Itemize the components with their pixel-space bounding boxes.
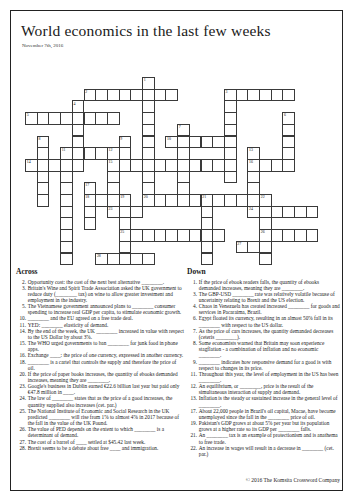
clue-text: About 22,000 people in Brazil's oil capi… [199, 408, 340, 420]
cell-number: 28 [97, 254, 101, 258]
clue-number: 20. [16, 371, 26, 383]
cell-number: 7 [179, 125, 181, 129]
clue-text: Chaos in Venezuela has created increased… [199, 303, 340, 315]
footer-credit: © 2016 The Komsita Crossword Company [246, 477, 340, 483]
clue-text: Pakistan's GDP grows at about 5% per yea… [199, 420, 340, 432]
down-clue: 8.Some economists warned that Britain ma… [187, 340, 340, 358]
clue-number: 28. [16, 445, 26, 451]
clue-text: Britain's Wine and Spirit Trade Associat… [28, 285, 184, 303]
clue-number: 7. [187, 328, 197, 340]
clue-number: 14. [16, 328, 26, 340]
cell-number: 12 [109, 148, 113, 152]
cell-number: 15 [109, 160, 113, 164]
down-clue: 17.About 22,000 people in Brazil's oil c… [187, 408, 340, 420]
grid-cell[interactable] [259, 253, 272, 266]
across-clue: 25.The National Institute of Economic an… [16, 408, 184, 426]
crossword-grid: 1234567891011121314151617181920212223242… [25, 77, 319, 266]
cell-number: 22 [261, 195, 265, 199]
down-clue-list: 1.If the price of ebook readers falls, t… [187, 279, 340, 458]
cell-number: 24 [249, 207, 253, 211]
clue-number: 11. [187, 371, 197, 383]
clue-number: 4. [187, 303, 197, 315]
across-clue: 23.Google's business in Dublin earned €2… [16, 383, 184, 395]
grid-cell[interactable] [306, 229, 319, 242]
clue-text: Inflation is the steady or sustained inc… [199, 395, 340, 407]
cell-number: 27 [237, 242, 241, 246]
clue-number: 12. [187, 383, 197, 395]
clue-number: 18. [16, 359, 26, 371]
cell-number: 5 [27, 113, 29, 117]
cell-number: 8 [38, 137, 40, 141]
down-clue: 11.Throughout this year, the level of em… [187, 371, 340, 383]
cell-number: 1 [144, 78, 146, 82]
down-clue: 6.Egypt floated its currency, resulting … [187, 315, 340, 327]
across-clue: 15.The WHO urged governments to ban ____… [16, 340, 184, 352]
clue-text: ________ is a cartel that controls the s… [28, 359, 184, 371]
cell-number: 23 [109, 207, 113, 211]
clue-number: 23. [16, 383, 26, 395]
across-clue: 26.The value of PED depends on the exten… [16, 426, 184, 438]
down-clue: 9.________ indicates how responsive dema… [187, 359, 340, 371]
cell-number: 18 [85, 195, 89, 199]
clue-text: Throughout this year, the level of emplo… [199, 371, 340, 383]
down-clue: 19.Pakistan's GDP grows at about 5% per … [187, 420, 340, 432]
grid-cell[interactable] [84, 217, 97, 230]
across-clue-list: 2.Opportunity cost: the cost of the next… [16, 279, 184, 451]
cell-number: 16 [249, 160, 253, 164]
cell-number: 26 [261, 230, 265, 234]
grid-cell[interactable] [165, 89, 178, 102]
clue-number: 22. [187, 445, 197, 457]
across-clue: 28.Brexit seems to be a debate about fre… [16, 445, 184, 451]
clue-text: The GBP-USD ________ rate was relatively… [199, 291, 340, 303]
clue-number: 21. [187, 432, 197, 444]
clue-number: 19. [187, 420, 197, 432]
grid-cell[interactable] [282, 159, 295, 172]
clue-text: The value of PED depends on the extent t… [28, 426, 184, 438]
page: { "page": { "title": "World economics in… [0, 0, 354, 500]
clue-number: 3. [187, 291, 197, 303]
clue-number: 8. [187, 340, 197, 358]
cell-number: 21 [202, 195, 206, 199]
clue-text: Google's business in Dublin earned €22.6… [28, 383, 184, 395]
grid-cell[interactable] [107, 112, 120, 125]
clue-number: 6. [187, 315, 197, 327]
down-clues-section: Down 1.If the price of ebook readers fal… [187, 267, 340, 457]
cell-number: 17 [85, 183, 89, 187]
grid-cell[interactable] [224, 171, 237, 184]
down-clue: 7.As the price of cars increases, the qu… [187, 328, 340, 340]
clue-number: 5. [16, 303, 26, 315]
cell-number: 3 [226, 90, 228, 94]
clue-number: 9. [187, 359, 197, 371]
clue-text: As the price of cars increases, the quan… [199, 328, 340, 340]
clue-number: 24. [16, 395, 26, 407]
clue-text: The Vietnamese government announced plan… [28, 303, 184, 315]
clue-number: 13. [187, 395, 197, 407]
grid-cell[interactable] [306, 206, 319, 219]
clue-text: Some economists warned that Britain may … [199, 340, 340, 358]
clue-text: If the price of ebook readers falls, the… [199, 279, 340, 291]
across-clue: 18.________ is a cartel that controls th… [16, 359, 184, 371]
down-clue: 12.An equilibrium, or ________, price is… [187, 383, 340, 395]
clue-text: If the price of paper books increases, t… [28, 371, 184, 383]
clue-text: ________ indicates how responsive demand… [199, 359, 340, 371]
down-clue: 13.Inflation is the steady or sustained … [187, 395, 340, 407]
down-clue: 22.An increase in wages will result in a… [187, 445, 340, 457]
down-clue: 3.The GBP-USD ________ rate was relative… [187, 291, 340, 303]
across-clue: 3.Britain's Wine and Spirit Trade Associ… [16, 285, 184, 303]
clue-text: An increase in wages will result in a de… [199, 445, 340, 457]
clue-text: An equilibrium, or ________, price is th… [199, 383, 340, 395]
cell-number: 19 [120, 195, 124, 199]
grid-cell[interactable] [142, 253, 155, 266]
cell-number: 14 [27, 160, 31, 164]
down-clue: 21.An ________ tax is an example of prot… [187, 432, 340, 444]
cell-number: 9 [120, 137, 122, 141]
grid-cell[interactable] [130, 206, 143, 219]
grid-cell[interactable] [212, 229, 225, 242]
across-clue: 20.If the price of paper books increases… [16, 371, 184, 383]
grid-cell[interactable] [37, 194, 50, 207]
cell-number: 11 [62, 148, 66, 152]
clue-number: 1. [187, 279, 197, 291]
clue-text: An ________ tax is an example of protect… [199, 432, 340, 444]
cell-number: 6 [284, 113, 286, 117]
across-clue: 14.By the end of the week, the UK ______… [16, 328, 184, 340]
grid-cell[interactable] [282, 89, 295, 102]
down-clue: 1.If the price of ebook readers falls, t… [187, 279, 340, 291]
cell-number: 2 [85, 90, 87, 94]
across-clue: 5.The Vietnamese government announced pl… [16, 303, 184, 315]
clue-number: 26. [16, 426, 26, 438]
clue-number: 15. [16, 340, 26, 352]
cell-number: 10 [167, 137, 171, 141]
clue-number: 25. [16, 408, 26, 426]
cell-number: 25 [120, 230, 124, 234]
grid-cell[interactable] [60, 253, 73, 266]
clue-text: By the end of the week, the UK ________ … [28, 328, 184, 340]
clue-number: 17. [187, 408, 197, 420]
grid-cell[interactable] [201, 253, 214, 266]
cell-number: 13 [249, 148, 253, 152]
cell-number: 20 [144, 195, 148, 199]
grid-cell[interactable] [72, 159, 85, 172]
across-clue: 24.The law of ________ states that as th… [16, 395, 184, 407]
down-heading: Down [187, 267, 340, 276]
cell-number: 4 [73, 102, 75, 106]
clue-text: Brexit seems to be a debate about free _… [28, 445, 184, 451]
page-title: World economics in the last few weeks [21, 22, 271, 40]
across-clues-section: Across 2.Opportunity cost: the cost of t… [16, 267, 184, 451]
page-date: November 7th, 2016 [22, 43, 63, 48]
across-heading: Across [16, 267, 184, 276]
clue-text: The National Institute of Economic and S… [28, 408, 184, 426]
clue-text: The law of ________ states that as the p… [28, 395, 184, 407]
clue-text: Egypt floated its currency, resulting in… [199, 315, 340, 327]
clue-number: 3. [16, 285, 26, 303]
clue-text: The WHO urged governments to ban _______… [28, 340, 184, 352]
down-clue: 4.Chaos in Venezuela has created increas… [187, 303, 340, 315]
